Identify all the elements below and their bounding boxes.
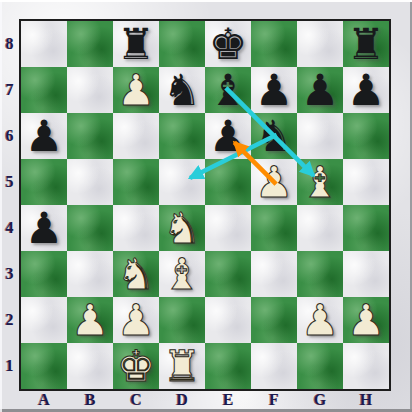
rank-label-3: 3 bbox=[0, 251, 19, 297]
white-pawn[interactable]: ♟ bbox=[343, 297, 389, 343]
rank-label-5: 5 bbox=[0, 159, 19, 205]
file-label-e: E bbox=[205, 389, 251, 410]
square-b4[interactable] bbox=[67, 205, 113, 251]
square-f5[interactable]: ♟ bbox=[251, 159, 297, 205]
square-c8[interactable]: ♜ bbox=[113, 21, 159, 67]
black-pawn[interactable]: ♟ bbox=[343, 67, 389, 113]
square-g4[interactable] bbox=[297, 205, 343, 251]
file-label-a: A bbox=[21, 389, 67, 410]
file-label-f: F bbox=[251, 389, 297, 410]
black-pawn[interactable]: ♟ bbox=[251, 67, 297, 113]
square-f3[interactable] bbox=[251, 251, 297, 297]
white-knight[interactable]: ♞ bbox=[159, 205, 205, 251]
black-bishop[interactable]: ♝ bbox=[205, 67, 251, 113]
square-c7[interactable]: ♟ bbox=[113, 67, 159, 113]
white-bishop[interactable]: ♝ bbox=[297, 159, 343, 205]
rank-labels: 87654321 bbox=[0, 21, 19, 389]
square-d1[interactable]: ♜ bbox=[159, 343, 205, 389]
chess-board[interactable]: ♜♚♜♟♞♝♟♟♟♟♟♞♟♝♟♞♞♝♟♟♟♟♚♜ bbox=[19, 19, 391, 391]
square-c5[interactable] bbox=[113, 159, 159, 205]
square-b2[interactable]: ♟ bbox=[67, 297, 113, 343]
square-g3[interactable] bbox=[297, 251, 343, 297]
square-b8[interactable] bbox=[67, 21, 113, 67]
black-knight[interactable]: ♞ bbox=[251, 113, 297, 159]
square-d2[interactable] bbox=[159, 297, 205, 343]
black-knight[interactable]: ♞ bbox=[159, 67, 205, 113]
square-g1[interactable] bbox=[297, 343, 343, 389]
black-pawn[interactable]: ♟ bbox=[205, 113, 251, 159]
black-pawn[interactable]: ♟ bbox=[21, 113, 67, 159]
square-e6[interactable]: ♟ bbox=[205, 113, 251, 159]
square-e4[interactable] bbox=[205, 205, 251, 251]
square-a3[interactable] bbox=[21, 251, 67, 297]
square-e8[interactable]: ♚ bbox=[205, 21, 251, 67]
square-f6[interactable]: ♞ bbox=[251, 113, 297, 159]
square-d3[interactable]: ♝ bbox=[159, 251, 205, 297]
white-bishop[interactable]: ♝ bbox=[159, 251, 205, 297]
white-pawn[interactable]: ♟ bbox=[113, 297, 159, 343]
square-a6[interactable]: ♟ bbox=[21, 113, 67, 159]
square-f4[interactable] bbox=[251, 205, 297, 251]
square-h6[interactable] bbox=[343, 113, 389, 159]
white-pawn[interactable]: ♟ bbox=[251, 159, 297, 205]
square-g5[interactable]: ♝ bbox=[297, 159, 343, 205]
square-a4[interactable]: ♟ bbox=[21, 205, 67, 251]
square-c1[interactable]: ♚ bbox=[113, 343, 159, 389]
black-pawn[interactable]: ♟ bbox=[21, 205, 67, 251]
file-label-c: C bbox=[113, 389, 159, 410]
square-g8[interactable] bbox=[297, 21, 343, 67]
square-b1[interactable] bbox=[67, 343, 113, 389]
rank-label-8: 8 bbox=[0, 21, 19, 67]
square-g6[interactable] bbox=[297, 113, 343, 159]
square-h4[interactable] bbox=[343, 205, 389, 251]
black-pawn[interactable]: ♟ bbox=[297, 67, 343, 113]
chess-board-panel: 87654321 ABCDEFGH ♜♚♜♟♞♝♟♟♟♟♟♞♟♝♟♞♞♝♟♟♟♟… bbox=[0, 0, 412, 412]
black-rook[interactable]: ♜ bbox=[343, 21, 389, 67]
square-d7[interactable]: ♞ bbox=[159, 67, 205, 113]
square-h3[interactable] bbox=[343, 251, 389, 297]
file-label-b: B bbox=[67, 389, 113, 410]
square-c6[interactable] bbox=[113, 113, 159, 159]
square-e7[interactable]: ♝ bbox=[205, 67, 251, 113]
black-rook[interactable]: ♜ bbox=[113, 21, 159, 67]
square-h1[interactable] bbox=[343, 343, 389, 389]
square-g7[interactable]: ♟ bbox=[297, 67, 343, 113]
white-rook[interactable]: ♜ bbox=[159, 343, 205, 389]
square-e3[interactable] bbox=[205, 251, 251, 297]
square-a5[interactable] bbox=[21, 159, 67, 205]
rank-label-7: 7 bbox=[0, 67, 19, 113]
square-c4[interactable] bbox=[113, 205, 159, 251]
file-labels: ABCDEFGH bbox=[21, 389, 389, 410]
white-pawn[interactable]: ♟ bbox=[297, 297, 343, 343]
square-b3[interactable] bbox=[67, 251, 113, 297]
white-pawn[interactable]: ♟ bbox=[67, 297, 113, 343]
square-f8[interactable] bbox=[251, 21, 297, 67]
white-king[interactable]: ♚ bbox=[113, 343, 159, 389]
square-b6[interactable] bbox=[67, 113, 113, 159]
square-b7[interactable] bbox=[67, 67, 113, 113]
square-f7[interactable]: ♟ bbox=[251, 67, 297, 113]
square-h5[interactable] bbox=[343, 159, 389, 205]
square-a8[interactable] bbox=[21, 21, 67, 67]
square-d5[interactable] bbox=[159, 159, 205, 205]
square-e1[interactable] bbox=[205, 343, 251, 389]
rank-label-1: 1 bbox=[0, 343, 19, 389]
square-a7[interactable] bbox=[21, 67, 67, 113]
white-knight[interactable]: ♞ bbox=[113, 251, 159, 297]
square-b5[interactable] bbox=[67, 159, 113, 205]
square-d8[interactable] bbox=[159, 21, 205, 67]
square-h8[interactable]: ♜ bbox=[343, 21, 389, 67]
black-king[interactable]: ♚ bbox=[205, 21, 251, 67]
rank-label-2: 2 bbox=[0, 297, 19, 343]
square-d4[interactable]: ♞ bbox=[159, 205, 205, 251]
square-e5[interactable] bbox=[205, 159, 251, 205]
square-f1[interactable] bbox=[251, 343, 297, 389]
square-h2[interactable]: ♟ bbox=[343, 297, 389, 343]
file-label-d: D bbox=[159, 389, 205, 410]
white-pawn[interactable]: ♟ bbox=[113, 67, 159, 113]
square-f2[interactable] bbox=[251, 297, 297, 343]
square-a2[interactable] bbox=[21, 297, 67, 343]
square-a1[interactable] bbox=[21, 343, 67, 389]
square-d6[interactable] bbox=[159, 113, 205, 159]
rank-label-4: 4 bbox=[0, 205, 19, 251]
square-c3[interactable]: ♞ bbox=[113, 251, 159, 297]
rank-label-6: 6 bbox=[0, 113, 19, 159]
file-label-h: H bbox=[343, 389, 389, 410]
square-e2[interactable] bbox=[205, 297, 251, 343]
file-label-g: G bbox=[297, 389, 343, 410]
square-g2[interactable]: ♟ bbox=[297, 297, 343, 343]
square-h7[interactable]: ♟ bbox=[343, 67, 389, 113]
square-c2[interactable]: ♟ bbox=[113, 297, 159, 343]
